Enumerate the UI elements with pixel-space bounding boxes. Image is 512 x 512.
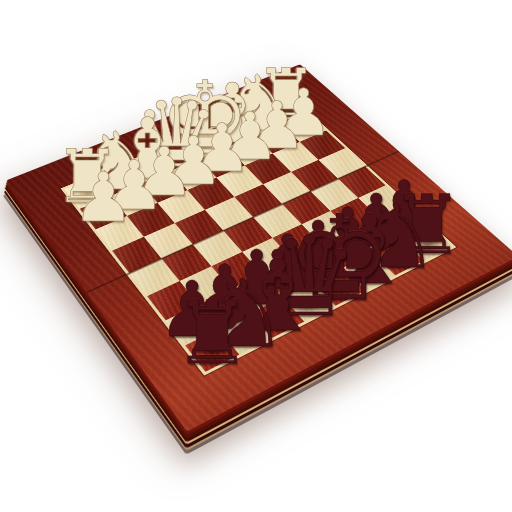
board-tilt-wrapper (0, 0, 512, 512)
piece-shadow (191, 338, 233, 369)
playing-area (61, 95, 457, 376)
photo-scene: ♜♞♝♛♚♝♞♜♟♟♟♟♟♟♟♟♟♟♟♟♟♟♟♟♜♞♝♛♚♝♞♜ (0, 0, 512, 512)
chess-board (6, 64, 512, 431)
